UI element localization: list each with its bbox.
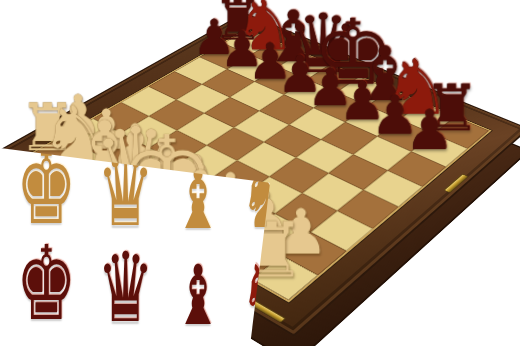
square-f5[interactable] [296,139,354,173]
inset-red-king: ♚ [16,233,77,336]
inset-red-bishop: ♝ [173,253,222,336]
brass-hinge-icon [443,174,468,193]
inset-red-queen: ♛ [98,240,155,336]
piece-red-pawn[interactable]: ♟ [404,103,453,158]
red-piece-row: ♚♛♝♞♜♟ [5,244,261,336]
product-photo: ♜♞♝♛♚♝♞♜♟♟♟♟♟♟♟♟♟♟♟♟♟♟♟♟♜♞♝♛♚♝♞♜ ♚♛♝♞♜♟ … [0,0,520,346]
